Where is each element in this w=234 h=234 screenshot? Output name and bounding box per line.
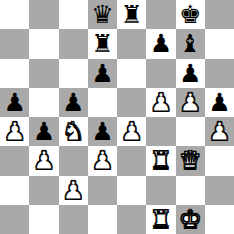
square-c3[interactable] bbox=[59, 146, 88, 175]
white-pawn-piece: ♟ bbox=[150, 88, 172, 117]
square-f7[interactable]: ♟ bbox=[146, 29, 175, 58]
square-a7[interactable] bbox=[0, 29, 29, 58]
square-h5[interactable]: ♟ bbox=[205, 88, 234, 117]
square-f1[interactable]: ♜ bbox=[146, 205, 175, 234]
square-g3[interactable]: ♛ bbox=[176, 146, 205, 175]
white-rook-piece: ♜ bbox=[150, 146, 172, 175]
square-d8[interactable]: ♛ bbox=[88, 0, 117, 29]
square-b6[interactable] bbox=[29, 59, 58, 88]
white-pawn-piece: ♟ bbox=[3, 117, 25, 146]
square-g6[interactable]: ♟ bbox=[176, 59, 205, 88]
square-h7[interactable] bbox=[205, 29, 234, 58]
black-pawn-piece: ♟ bbox=[91, 117, 113, 146]
square-g2[interactable] bbox=[176, 176, 205, 205]
white-pawn-piece: ♟ bbox=[120, 117, 142, 146]
square-f6[interactable] bbox=[146, 59, 175, 88]
square-e8[interactable]: ♜ bbox=[117, 0, 146, 29]
black-rook-piece: ♜ bbox=[91, 29, 113, 58]
square-e2[interactable] bbox=[117, 176, 146, 205]
black-pawn-piece: ♟ bbox=[179, 59, 201, 88]
square-a6[interactable] bbox=[0, 59, 29, 88]
white-queen-piece: ♛ bbox=[179, 146, 201, 175]
square-c1[interactable] bbox=[59, 205, 88, 234]
square-h3[interactable] bbox=[205, 146, 234, 175]
black-pawn-piece: ♟ bbox=[91, 59, 113, 88]
square-a3[interactable] bbox=[0, 146, 29, 175]
square-h6[interactable] bbox=[205, 59, 234, 88]
square-g7[interactable]: ♝ bbox=[176, 29, 205, 58]
black-queen-piece: ♛ bbox=[91, 0, 113, 29]
square-a1[interactable] bbox=[0, 205, 29, 234]
white-pawn-piece: ♟ bbox=[33, 146, 55, 175]
square-e6[interactable] bbox=[117, 59, 146, 88]
black-rook-piece: ♜ bbox=[120, 0, 142, 29]
square-b4[interactable]: ♟ bbox=[29, 117, 58, 146]
square-d3[interactable]: ♟ bbox=[88, 146, 117, 175]
black-pawn-piece: ♟ bbox=[33, 117, 55, 146]
square-e4[interactable]: ♟ bbox=[117, 117, 146, 146]
square-b7[interactable] bbox=[29, 29, 58, 58]
black-bishop-piece: ♝ bbox=[179, 29, 201, 58]
square-e1[interactable] bbox=[117, 205, 146, 234]
square-d1[interactable] bbox=[88, 205, 117, 234]
black-pawn-piece: ♟ bbox=[208, 88, 230, 117]
black-pawn-piece: ♟ bbox=[3, 88, 25, 117]
square-b2[interactable] bbox=[29, 176, 58, 205]
white-knight-piece: ♞ bbox=[62, 117, 84, 146]
square-c5[interactable]: ♟ bbox=[59, 88, 88, 117]
white-pawn-piece: ♟ bbox=[208, 117, 230, 146]
white-pawn-piece: ♟ bbox=[91, 146, 113, 175]
square-e3[interactable] bbox=[117, 146, 146, 175]
square-c7[interactable] bbox=[59, 29, 88, 58]
square-g4[interactable] bbox=[176, 117, 205, 146]
square-c8[interactable] bbox=[59, 0, 88, 29]
square-a5[interactable]: ♟ bbox=[0, 88, 29, 117]
square-d5[interactable] bbox=[88, 88, 117, 117]
white-pawn-piece: ♟ bbox=[179, 88, 201, 117]
chess-board: ♛♜♚♜♟♝♟♟♟♟♟♟♟♟♟♞♟♟♟♟♟♜♛♟♜♚ bbox=[0, 0, 234, 234]
white-pawn-piece: ♟ bbox=[62, 176, 84, 205]
square-a4[interactable]: ♟ bbox=[0, 117, 29, 146]
square-c2[interactable]: ♟ bbox=[59, 176, 88, 205]
square-f2[interactable] bbox=[146, 176, 175, 205]
square-f3[interactable]: ♜ bbox=[146, 146, 175, 175]
black-king-piece: ♚ bbox=[179, 0, 201, 29]
black-pawn-piece: ♟ bbox=[62, 88, 84, 117]
square-d7[interactable]: ♜ bbox=[88, 29, 117, 58]
square-f5[interactable]: ♟ bbox=[146, 88, 175, 117]
square-g5[interactable]: ♟ bbox=[176, 88, 205, 117]
square-b8[interactable] bbox=[29, 0, 58, 29]
square-h8[interactable] bbox=[205, 0, 234, 29]
chess-diagram: ♛♜♚♜♟♝♟♟♟♟♟♟♟♟♟♞♟♟♟♟♟♜♛♟♜♚ bbox=[0, 0, 234, 234]
square-b1[interactable] bbox=[29, 205, 58, 234]
square-c6[interactable] bbox=[59, 59, 88, 88]
square-a2[interactable] bbox=[0, 176, 29, 205]
white-rook-piece: ♜ bbox=[150, 205, 172, 234]
square-c4[interactable]: ♞ bbox=[59, 117, 88, 146]
square-h4[interactable]: ♟ bbox=[205, 117, 234, 146]
square-g1[interactable]: ♚ bbox=[176, 205, 205, 234]
square-b3[interactable]: ♟ bbox=[29, 146, 58, 175]
square-f4[interactable] bbox=[146, 117, 175, 146]
square-e5[interactable] bbox=[117, 88, 146, 117]
square-f8[interactable] bbox=[146, 0, 175, 29]
square-g8[interactable]: ♚ bbox=[176, 0, 205, 29]
square-d6[interactable]: ♟ bbox=[88, 59, 117, 88]
square-a8[interactable] bbox=[0, 0, 29, 29]
square-b5[interactable] bbox=[29, 88, 58, 117]
square-d4[interactable]: ♟ bbox=[88, 117, 117, 146]
square-h1[interactable] bbox=[205, 205, 234, 234]
square-e7[interactable] bbox=[117, 29, 146, 58]
square-d2[interactable] bbox=[88, 176, 117, 205]
black-pawn-piece: ♟ bbox=[150, 29, 172, 58]
square-h2[interactable] bbox=[205, 176, 234, 205]
white-king-piece: ♚ bbox=[179, 205, 201, 234]
